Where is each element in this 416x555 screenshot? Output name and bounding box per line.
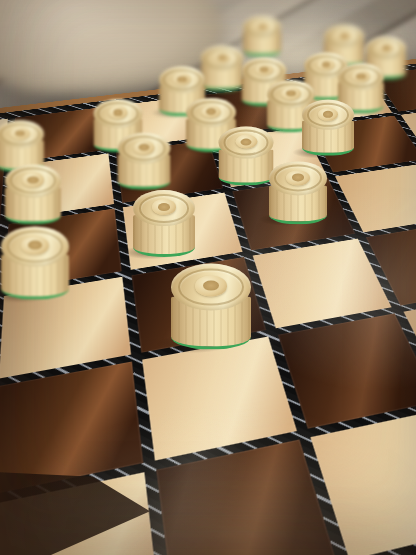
piece-top [186, 98, 236, 127]
piece-center-dot [382, 45, 390, 50]
square-r7c5[interactable] [252, 238, 392, 328]
piece-center-dot [323, 111, 333, 118]
piece-top [219, 127, 274, 159]
square-r5c4-occupied[interactable] [156, 439, 336, 555]
piece-center-dot [177, 76, 186, 82]
piece-top [201, 46, 244, 71]
piece-center-dot [218, 55, 227, 61]
piece-center-dot [340, 33, 348, 38]
piece-top [159, 66, 205, 93]
checker-piece-r7c2[interactable] [118, 133, 171, 190]
piece-center-dot [241, 138, 252, 145]
piece-center-dot [203, 280, 219, 290]
piece-center-dot [28, 241, 42, 250]
piece-top [1, 227, 69, 267]
piece-top [133, 190, 195, 226]
piece-center-dot [113, 109, 123, 115]
piece-center-dot [15, 130, 25, 136]
checker-piece-r9c2[interactable] [201, 46, 244, 92]
piece-center-dot [322, 62, 331, 68]
checker-piece-r6c5[interactable] [133, 190, 195, 257]
piece-center-dot [139, 144, 150, 151]
photo-scene [0, 0, 416, 555]
checker-piece-r10c3[interactable] [243, 16, 281, 57]
piece-center-dot [292, 174, 304, 181]
checker-piece-r8c7[interactable] [302, 100, 354, 156]
piece-top [269, 161, 327, 195]
piece-top [118, 133, 171, 164]
checker-piece-r5c0[interactable] [1, 227, 69, 300]
checker-piece-r7c8[interactable] [269, 161, 327, 224]
piece-center-dot [286, 90, 296, 96]
checker-piece-r5c4[interactable] [171, 264, 251, 350]
piece-top [171, 264, 251, 311]
checker-piece-r6c1[interactable] [5, 165, 61, 225]
piece-center-dot [27, 176, 38, 183]
piece-top [243, 16, 281, 38]
square-r6c4[interactable] [142, 337, 296, 460]
piece-top [94, 99, 143, 128]
piece-center-dot [258, 24, 266, 29]
square-r6c5-occupied[interactable] [277, 313, 416, 428]
piece-center-dot [356, 73, 365, 79]
checker-piece-r7c6[interactable] [219, 127, 274, 186]
piece-center-dot [158, 203, 170, 211]
piece-center-dot [206, 108, 216, 114]
piece-top [5, 165, 61, 198]
piece-top [338, 63, 384, 90]
